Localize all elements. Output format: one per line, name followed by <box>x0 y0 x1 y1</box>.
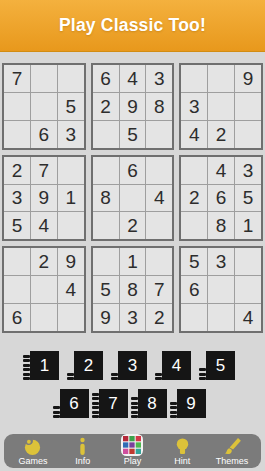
digit-7-button[interactable]: 7 <box>99 389 128 418</box>
cell-r3c1[interactable] <box>4 121 30 148</box>
cell-r8c2[interactable] <box>31 276 57 303</box>
remaining-bar <box>199 373 206 376</box>
cell-r2c6[interactable]: 8 <box>146 93 172 120</box>
board-block-6: 4326581 <box>179 155 263 242</box>
tab-play[interactable]: Play <box>109 437 155 466</box>
cell-r7c2[interactable]: 2 <box>31 248 57 275</box>
digit-label: 6 <box>60 389 89 418</box>
number-pad: 12345 6789 <box>0 351 265 418</box>
remaining-bar <box>23 373 30 376</box>
cell-r2c7[interactable]: 3 <box>181 93 207 120</box>
cell-r5c1[interactable]: 3 <box>4 185 30 212</box>
cell-r8c3[interactable]: 4 <box>58 276 84 303</box>
board-block-9: 5364 <box>179 246 263 333</box>
cell-r5c4[interactable]: 8 <box>93 185 119 212</box>
remaining-bar <box>92 406 99 409</box>
cell-r6c9[interactable]: 1 <box>235 212 261 239</box>
cell-r7c5[interactable]: 1 <box>120 248 146 275</box>
remaining-bar <box>170 402 177 405</box>
cell-r8c7[interactable]: 6 <box>181 276 207 303</box>
cell-r9c9[interactable]: 4 <box>235 304 261 331</box>
remaining-stack <box>23 355 30 381</box>
tab-hint[interactable]: Hint <box>159 437 205 466</box>
remaining-stack <box>53 406 60 418</box>
digit-2-button[interactable]: 2 <box>74 351 103 380</box>
cell-r5c3[interactable]: 1 <box>58 185 84 212</box>
cell-r7c7[interactable]: 5 <box>181 248 207 275</box>
cell-r4c6[interactable] <box>146 157 172 184</box>
remaining-bar <box>92 393 99 396</box>
themes-icon <box>223 437 242 456</box>
cell-r7c4[interactable] <box>93 248 119 275</box>
remaining-bar <box>170 411 177 414</box>
cell-r5c8[interactable]: 6 <box>208 185 234 212</box>
digit-label: 1 <box>30 351 59 380</box>
bottom-tab-bar: GamesInfoPlayHintThemes <box>4 434 261 468</box>
remaining-bar <box>199 377 206 380</box>
cell-r3c3[interactable]: 3 <box>58 121 84 148</box>
cell-r4c4[interactable] <box>93 157 119 184</box>
cell-r9c8[interactable] <box>208 304 234 331</box>
cell-r1c1[interactable]: 7 <box>4 65 30 92</box>
remaining-bar <box>131 415 138 418</box>
cell-r1c8[interactable] <box>208 65 234 92</box>
cell-r5c9[interactable]: 5 <box>235 185 261 212</box>
cell-r1c5[interactable]: 4 <box>120 65 146 92</box>
remaining-bar <box>53 415 60 418</box>
remaining-bar <box>53 406 60 409</box>
cell-r3c9[interactable] <box>235 121 261 148</box>
remaining-bar <box>92 402 99 405</box>
remaining-bar <box>23 364 30 367</box>
remaining-bar <box>23 359 30 362</box>
remaining-stack <box>131 397 138 418</box>
digit-label: 7 <box>99 389 128 418</box>
digit-label: 2 <box>74 351 103 380</box>
cell-r2c8[interactable] <box>208 93 234 120</box>
cell-r6c7[interactable] <box>181 212 207 239</box>
remaining-bar <box>170 415 177 418</box>
page-title: Play Classic Too! <box>59 15 206 36</box>
remaining-bar <box>23 377 30 380</box>
tab-label: Play <box>124 457 142 466</box>
cell-r9c7[interactable] <box>181 304 207 331</box>
cell-r3c8[interactable]: 2 <box>208 121 234 148</box>
cell-r8c9[interactable] <box>235 276 261 303</box>
cell-r2c2[interactable] <box>31 93 57 120</box>
remaining-bar <box>170 406 177 409</box>
cell-r1c7[interactable] <box>181 65 207 92</box>
cell-r4c3[interactable] <box>58 157 84 184</box>
cell-r8c1[interactable] <box>4 276 30 303</box>
board-block-5: 6842 <box>91 155 175 242</box>
digit-label: 4 <box>162 351 191 380</box>
cell-r6c2[interactable]: 4 <box>31 212 57 239</box>
cell-r6c3[interactable] <box>58 212 84 239</box>
board-block-8: 1587932 <box>91 246 175 333</box>
remaining-bar <box>23 355 30 358</box>
board-block-1: 7563 <box>2 63 86 150</box>
cell-r8c4[interactable]: 5 <box>93 276 119 303</box>
remaining-stack <box>199 368 206 380</box>
cell-r1c6[interactable]: 3 <box>146 65 172 92</box>
tab-label: Info <box>75 457 90 466</box>
cell-r2c4[interactable]: 2 <box>93 93 119 120</box>
cell-r6c8[interactable]: 8 <box>208 212 234 239</box>
board-block-7: 2946 <box>2 246 86 333</box>
digit-label: 9 <box>177 389 206 418</box>
number-pad-row-1: 12345 <box>0 351 265 380</box>
cell-r3c5[interactable]: 5 <box>120 121 146 148</box>
cell-r2c1[interactable] <box>4 93 30 120</box>
cell-r1c4[interactable]: 6 <box>93 65 119 92</box>
remaining-bar <box>111 377 118 380</box>
cell-r8c6[interactable]: 7 <box>146 276 172 303</box>
sudoku-board: 7563643298593422739154684243265812946158… <box>2 63 263 333</box>
digit-label: 3 <box>118 351 147 380</box>
digit-label: 8 <box>138 389 167 418</box>
digit-8-button[interactable]: 8 <box>138 389 167 418</box>
tab-games[interactable]: Games <box>10 437 56 466</box>
cell-r4c9[interactable]: 3 <box>235 157 261 184</box>
header-banner: Play Classic Too! <box>0 0 265 52</box>
remaining-bar <box>53 411 60 414</box>
cell-r4c1[interactable]: 2 <box>4 157 30 184</box>
remaining-stack <box>155 373 162 381</box>
tab-themes[interactable]: Themes <box>209 437 255 466</box>
cell-r6c5[interactable]: 2 <box>120 212 146 239</box>
cell-r4c8[interactable]: 4 <box>208 157 234 184</box>
cell-r2c9[interactable] <box>235 93 261 120</box>
board-block-4: 2739154 <box>2 155 86 242</box>
remaining-bar <box>131 406 138 409</box>
cell-r9c5[interactable]: 3 <box>120 304 146 331</box>
digit-5-button[interactable]: 5 <box>206 351 235 380</box>
cell-r5c7[interactable]: 2 <box>181 185 207 212</box>
remaining-bar <box>111 373 118 376</box>
remaining-bar <box>155 373 162 376</box>
cell-r5c2[interactable]: 9 <box>31 185 57 212</box>
remaining-bar <box>67 373 74 376</box>
cell-r9c1[interactable]: 6 <box>4 304 30 331</box>
remaining-stack <box>170 402 177 419</box>
board-block-2: 6432985 <box>91 63 175 150</box>
number-pad-row-2: 6789 <box>0 389 265 418</box>
cell-r5c6[interactable]: 4 <box>146 185 172 212</box>
remaining-bar <box>199 368 206 371</box>
games-icon <box>23 437 42 456</box>
cell-r6c1[interactable]: 5 <box>4 212 30 239</box>
remaining-bar <box>92 411 99 414</box>
info-icon <box>73 437 92 456</box>
remaining-bar <box>92 397 99 400</box>
digit-4-button[interactable]: 4 <box>162 351 191 380</box>
digit-label: 5 <box>206 351 235 380</box>
tab-label: Hint <box>174 457 190 466</box>
cell-r3c2[interactable]: 6 <box>31 121 57 148</box>
digit-9-button[interactable]: 9 <box>177 389 206 418</box>
remaining-bar <box>155 377 162 380</box>
cell-r7c9[interactable] <box>235 248 261 275</box>
remaining-bar <box>23 368 30 371</box>
cell-r3c7[interactable]: 4 <box>181 121 207 148</box>
cell-r9c2[interactable] <box>31 304 57 331</box>
cell-r5c5[interactable] <box>120 185 146 212</box>
cell-r6c4[interactable] <box>93 212 119 239</box>
remaining-stack <box>92 393 99 419</box>
cell-r7c1[interactable] <box>4 248 30 275</box>
remaining-bar <box>67 377 74 380</box>
cell-r3c4[interactable] <box>93 121 119 148</box>
cell-r7c3[interactable]: 9 <box>58 248 84 275</box>
remaining-bar <box>131 397 138 400</box>
remaining-bar <box>131 402 138 405</box>
cell-r7c6[interactable] <box>146 248 172 275</box>
cell-r3c6[interactable] <box>146 121 172 148</box>
cell-r9c6[interactable]: 2 <box>146 304 172 331</box>
remaining-bar <box>131 411 138 414</box>
digit-3-button[interactable]: 3 <box>118 351 147 380</box>
board-block-3: 9342 <box>179 63 263 150</box>
remaining-stack <box>67 373 74 381</box>
cell-r1c3[interactable] <box>58 65 84 92</box>
digit-1-button[interactable]: 1 <box>30 351 59 380</box>
digit-6-button[interactable]: 6 <box>60 389 89 418</box>
cell-r9c4[interactable]: 9 <box>93 304 119 331</box>
cell-r9c3[interactable] <box>58 304 84 331</box>
play-icon <box>121 437 143 456</box>
cell-r4c7[interactable] <box>181 157 207 184</box>
cell-r1c2[interactable] <box>31 65 57 92</box>
cell-r6c6[interactable] <box>146 212 172 239</box>
remaining-bar <box>92 415 99 418</box>
hint-icon <box>173 437 192 456</box>
cell-r8c5[interactable]: 8 <box>120 276 146 303</box>
tab-label: Themes <box>216 457 249 466</box>
tab-label: Games <box>18 457 47 466</box>
remaining-stack <box>111 373 118 381</box>
cell-r4c5[interactable]: 6 <box>120 157 146 184</box>
cell-r7c8[interactable]: 3 <box>208 248 234 275</box>
cell-r2c5[interactable]: 9 <box>120 93 146 120</box>
cell-r2c3[interactable]: 5 <box>58 93 84 120</box>
cell-r4c2[interactable]: 7 <box>31 157 57 184</box>
cell-r8c8[interactable] <box>208 276 234 303</box>
cell-r1c9[interactable]: 9 <box>235 65 261 92</box>
tab-info[interactable]: Info <box>60 437 106 466</box>
